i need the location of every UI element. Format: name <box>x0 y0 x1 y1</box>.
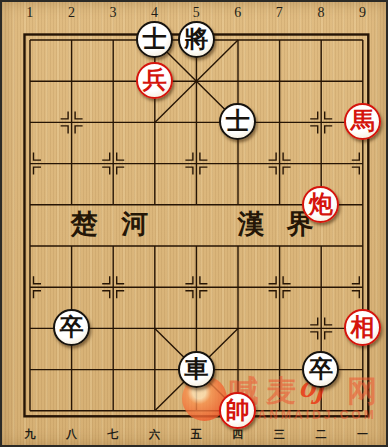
red-cannon[interactable]: 炮 <box>302 186 339 223</box>
black-soldier[interactable]: 卒 <box>302 351 339 388</box>
black-advisor[interactable]: 士 <box>136 21 173 58</box>
pieces-layer: 士將兵士馬炮卒相車卒帥 <box>9 19 384 431</box>
piece-char: 卒 <box>59 315 83 339</box>
red-horse[interactable]: 馬 <box>344 103 381 140</box>
piece-char: 兵 <box>143 68 167 92</box>
piece-char: 將 <box>184 27 208 51</box>
piece-char: 相 <box>351 315 375 339</box>
piece-char: 士 <box>226 109 250 133</box>
black-chariot[interactable]: 車 <box>178 351 215 388</box>
piece-char: 馬 <box>351 109 375 133</box>
red-elephant[interactable]: 相 <box>344 309 381 346</box>
black-advisor[interactable]: 士 <box>219 103 256 140</box>
black-soldier[interactable]: 卒 <box>53 309 90 346</box>
piece-char: 卒 <box>309 357 333 381</box>
red-soldier[interactable]: 兵 <box>136 62 173 99</box>
xiangqi-board: 123456789 九八七六五四三二一 楚 河 漢 界 喊麦 oj 网 HANM… <box>0 0 388 447</box>
piece-char: 帥 <box>226 398 250 422</box>
piece-char: 炮 <box>309 192 333 216</box>
red-general[interactable]: 帥 <box>219 392 256 429</box>
piece-char: 士 <box>143 27 167 51</box>
piece-char: 車 <box>184 357 208 381</box>
black-general[interactable]: 將 <box>178 21 215 58</box>
